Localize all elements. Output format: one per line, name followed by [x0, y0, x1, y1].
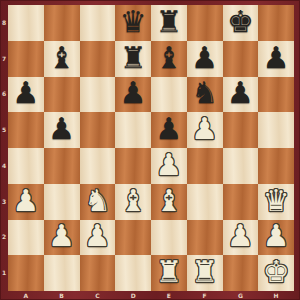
square-g7[interactable] — [223, 41, 259, 77]
rank-label-6: 6 — [0, 77, 8, 113]
square-a7[interactable] — [8, 41, 44, 77]
square-a4[interactable] — [8, 148, 44, 184]
rank-label-3: 3 — [0, 184, 8, 220]
rank-label-2: 2 — [0, 220, 8, 256]
square-e2[interactable] — [151, 220, 187, 256]
square-b5[interactable]: ♟ — [44, 112, 80, 148]
square-d2[interactable] — [115, 220, 151, 256]
square-a2[interactable] — [8, 220, 44, 256]
piece-black-pawn-g6[interactable]: ♟ — [227, 78, 254, 108]
square-c6[interactable] — [80, 77, 116, 113]
square-a6[interactable]: ♟ — [8, 77, 44, 113]
rank-label-1: 1 — [0, 255, 8, 291]
rank-label-4: 4 — [0, 148, 8, 184]
piece-black-pawn-a6[interactable]: ♟ — [12, 78, 39, 108]
square-f5[interactable]: ♟ — [187, 112, 223, 148]
piece-black-bishop-b7[interactable]: ♝ — [48, 43, 75, 73]
rank-labels: 87654321 — [0, 5, 8, 291]
square-e1[interactable]: ♜ — [151, 255, 187, 291]
square-b3[interactable] — [44, 184, 80, 220]
piece-black-rook-d7[interactable]: ♜ — [120, 43, 147, 73]
square-c1[interactable] — [80, 255, 116, 291]
chess-board-frame: 87654321 ♛♜♚♝♜♝♟♟♟♟♞♟♟♟♟♟♟♞♝♝♛♟♟♟♟♜♜♚ AB… — [0, 0, 300, 300]
square-f6[interactable]: ♞ — [187, 77, 223, 113]
square-d3[interactable]: ♝ — [115, 184, 151, 220]
piece-white-king-h1[interactable]: ♚ — [263, 257, 290, 287]
square-d1[interactable] — [115, 255, 151, 291]
file-label-a: A — [8, 291, 44, 300]
piece-black-knight-f6[interactable]: ♞ — [191, 78, 218, 108]
rank-label-7: 7 — [0, 41, 8, 77]
file-label-g: G — [223, 291, 259, 300]
piece-black-pawn-e5[interactable]: ♟ — [155, 114, 182, 144]
piece-white-queen-h3[interactable]: ♛ — [263, 186, 290, 216]
file-label-h: H — [258, 291, 294, 300]
square-g2[interactable]: ♟ — [223, 220, 259, 256]
square-c8[interactable] — [80, 5, 116, 41]
square-e5[interactable]: ♟ — [151, 112, 187, 148]
piece-white-bishop-e3[interactable]: ♝ — [155, 186, 182, 216]
piece-white-pawn-f5[interactable]: ♟ — [191, 114, 218, 144]
piece-white-pawn-b2[interactable]: ♟ — [48, 221, 75, 251]
square-e4[interactable]: ♟ — [151, 148, 187, 184]
square-b1[interactable] — [44, 255, 80, 291]
piece-white-pawn-h2[interactable]: ♟ — [263, 221, 290, 251]
square-c4[interactable] — [80, 148, 116, 184]
piece-black-pawn-d6[interactable]: ♟ — [120, 78, 147, 108]
square-f8[interactable] — [187, 5, 223, 41]
piece-white-knight-c3[interactable]: ♞ — [84, 186, 111, 216]
square-c3[interactable]: ♞ — [80, 184, 116, 220]
square-g1[interactable] — [223, 255, 259, 291]
square-e7[interactable]: ♝ — [151, 41, 187, 77]
piece-white-pawn-g2[interactable]: ♟ — [227, 221, 254, 251]
square-h2[interactable]: ♟ — [258, 220, 294, 256]
square-e8[interactable]: ♜ — [151, 5, 187, 41]
file-label-b: B — [44, 291, 80, 300]
piece-white-pawn-a3[interactable]: ♟ — [12, 186, 39, 216]
file-label-d: D — [115, 291, 151, 300]
square-g4[interactable] — [223, 148, 259, 184]
square-d7[interactable]: ♜ — [115, 41, 151, 77]
square-a8[interactable] — [8, 5, 44, 41]
square-b7[interactable]: ♝ — [44, 41, 80, 77]
square-d4[interactable] — [115, 148, 151, 184]
square-g3[interactable] — [223, 184, 259, 220]
piece-white-rook-e1[interactable]: ♜ — [155, 257, 182, 287]
square-h3[interactable]: ♛ — [258, 184, 294, 220]
square-g5[interactable] — [223, 112, 259, 148]
square-h4[interactable] — [258, 148, 294, 184]
square-f3[interactable] — [187, 184, 223, 220]
square-e6[interactable] — [151, 77, 187, 113]
piece-black-rook-e8[interactable]: ♜ — [155, 7, 182, 37]
square-c7[interactable] — [80, 41, 116, 77]
square-a3[interactable]: ♟ — [8, 184, 44, 220]
square-f4[interactable] — [187, 148, 223, 184]
rank-label-5: 5 — [0, 112, 8, 148]
square-h7[interactable]: ♟ — [258, 41, 294, 77]
file-label-e: E — [151, 291, 187, 300]
file-labels: ABCDEFGH — [8, 291, 294, 300]
piece-black-pawn-h7[interactable]: ♟ — [263, 43, 290, 73]
chess-board[interactable]: ♛♜♚♝♜♝♟♟♟♟♞♟♟♟♟♟♟♞♝♝♛♟♟♟♟♜♜♚ — [8, 5, 294, 291]
file-label-c: C — [80, 291, 116, 300]
square-d8[interactable]: ♛ — [115, 5, 151, 41]
square-h6[interactable] — [258, 77, 294, 113]
square-g8[interactable]: ♚ — [223, 5, 259, 41]
piece-black-queen-d8[interactable]: ♛ — [120, 7, 147, 37]
square-f1[interactable]: ♜ — [187, 255, 223, 291]
square-h5[interactable] — [258, 112, 294, 148]
square-f7[interactable]: ♟ — [187, 41, 223, 77]
square-a1[interactable] — [8, 255, 44, 291]
square-b2[interactable]: ♟ — [44, 220, 80, 256]
rank-label-8: 8 — [0, 5, 8, 41]
piece-white-bishop-d3[interactable]: ♝ — [120, 186, 147, 216]
square-e3[interactable]: ♝ — [151, 184, 187, 220]
square-h8[interactable] — [258, 5, 294, 41]
square-b4[interactable] — [44, 148, 80, 184]
piece-white-pawn-c2[interactable]: ♟ — [84, 221, 111, 251]
square-c5[interactable] — [80, 112, 116, 148]
piece-white-pawn-e4[interactable]: ♟ — [155, 150, 182, 180]
square-a5[interactable] — [8, 112, 44, 148]
piece-black-king-g8[interactable]: ♚ — [227, 7, 254, 37]
square-g6[interactable]: ♟ — [223, 77, 259, 113]
square-f2[interactable] — [187, 220, 223, 256]
piece-black-pawn-b5[interactable]: ♟ — [48, 114, 75, 144]
piece-black-bishop-e7[interactable]: ♝ — [155, 43, 182, 73]
piece-white-rook-f1[interactable]: ♜ — [191, 257, 218, 287]
square-d5[interactable] — [115, 112, 151, 148]
square-d6[interactable]: ♟ — [115, 77, 151, 113]
square-c2[interactable]: ♟ — [80, 220, 116, 256]
square-h1[interactable]: ♚ — [258, 255, 294, 291]
square-b8[interactable] — [44, 5, 80, 41]
file-label-f: F — [187, 291, 223, 300]
square-b6[interactable] — [44, 77, 80, 113]
piece-black-pawn-f7[interactable]: ♟ — [191, 43, 218, 73]
